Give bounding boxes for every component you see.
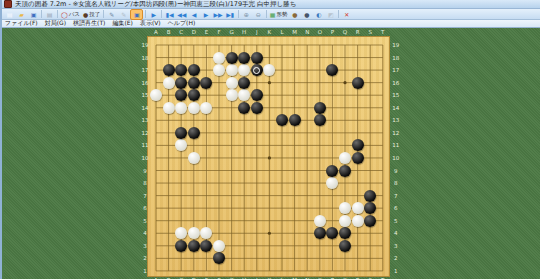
toolbar-separator [57,10,58,18]
play-button-icon: ▶ [151,10,156,19]
analysis-button-icon: ▦ [270,10,276,19]
coord-right-number: 10 [390,155,402,161]
resign-button[interactable]: ●投了 [82,10,101,19]
new-file-button[interactable]: ▤ [4,10,15,19]
coord-right-number: 4 [390,230,402,236]
pass-button-icon: ◯ [61,10,68,19]
coord-left-number: 10 [139,155,151,161]
stone-white-F3 [213,240,225,252]
play-button[interactable]: ▶ [148,10,159,19]
open-folder-button-icon: ▰ [19,10,24,19]
last-move-button[interactable]: ▶▮ [225,10,236,19]
territory-button[interactable]: ● [289,10,300,19]
first-move-button[interactable]: ▮◀ [164,10,175,19]
stone-black-H18 [238,52,250,64]
print-button-icon: ▤ [47,10,53,19]
save-button-icon: ▣ [31,10,37,19]
coord-top-letter: C [177,29,185,35]
title-bar[interactable]: 天頂の囲碁 7.2m - ※女流名人戦リーグ/本因坊四段(黒)ー神田恵三段(白)… [2,0,540,9]
coord-top-letter: H [240,29,248,35]
stone-white-Q5 [339,215,351,227]
hoshi-point [268,156,271,159]
zoom-out-button-icon: ⊖ [256,10,261,19]
coord-top-letter: J [253,29,261,35]
coord-right-number: 15 [390,92,402,98]
menu-file[interactable]: ファイル(F) [5,19,38,28]
stone-white-D14 [188,102,200,114]
stone-black-J14 [251,102,263,114]
stone-black-R10 [352,152,364,164]
last-move-button-icon: ▶▮ [226,10,234,19]
stone-white-F17 [213,64,225,76]
marker-tool-button[interactable]: ✎ [118,10,129,19]
forward-ten-button[interactable]: ▶▶ [212,10,223,19]
count-button[interactable]: ● [301,10,312,19]
stone-white-B16 [163,77,175,89]
stone-black-C12 [175,127,187,139]
stone-white-G17 [226,64,238,76]
board-edit-toggle-icon: ▣ [134,10,140,19]
coord-left-number: 17 [139,67,151,73]
coord-top-letter: K [265,29,273,35]
stone-black-J15 [251,89,263,101]
toolbar-separator [238,10,239,18]
coord-left-number: 3 [139,243,151,249]
coord-left-number: 14 [139,105,151,111]
toolbar-separator [41,10,42,18]
coord-top-letter: A [152,29,160,35]
window-title: 天頂の囲碁 7.2m - ※女流名人戦リーグ/本因坊四段(黒)ー神田恵三段(白)… [15,0,296,9]
stone-black-J17 [251,64,263,76]
erase-button[interactable]: ◩ [325,10,336,19]
coord-right-number: 3 [390,243,402,249]
menu-replay[interactable]: 棋譜再生(T) [73,19,105,28]
globe-button-icon: ◐ [316,10,321,19]
stone-black-D12 [188,127,200,139]
coord-left-number: 4 [139,230,151,236]
first-move-button-icon: ▮◀ [166,10,174,19]
back-one-button-icon: ◀ [192,10,197,19]
app-window: 天頂の囲碁 7.2m - ※女流名人戦リーグ/本因坊四段(黒)ー神田恵三段(白)… [0,0,540,279]
stone-black-D16 [188,77,200,89]
menu-edit[interactable]: 編集(E) [112,19,132,28]
coord-top-letter: S [366,29,374,35]
pass-button-label: パス [69,11,80,18]
coord-right-number: 18 [390,55,402,61]
close-button[interactable]: ✕ [341,10,352,19]
stone-white-R5 [352,215,364,227]
print-button[interactable]: ▤ [44,10,55,19]
hoshi-point [268,81,271,84]
coord-left-number: 9 [139,168,151,174]
pen-tool-button-icon: ✎ [109,10,114,19]
back-ten-button[interactable]: ◀◀ [176,10,187,19]
coord-top-letter: B [165,29,173,35]
stone-black-S7 [364,190,376,202]
stone-white-G16 [226,77,238,89]
stone-black-M13 [289,114,301,126]
coord-top-letter: Q [341,29,349,35]
stone-black-P9 [326,165,338,177]
coord-right-number: 11 [390,142,402,148]
forward-ten-button-icon: ▶▶ [213,10,222,19]
coord-left-number: 19 [139,42,151,48]
coord-top-letter: E [202,29,210,35]
app-icon [4,0,12,8]
coord-right-number: 19 [390,42,402,48]
stone-white-B14 [163,102,175,114]
resign-button-label: 投了 [89,11,100,18]
zoom-out-button[interactable]: ⊖ [253,10,264,19]
forward-one-button[interactable]: ▶ [200,10,211,19]
globe-button[interactable]: ◐ [313,10,324,19]
toolbar-separator [338,10,339,18]
coord-right-number: 2 [390,255,402,261]
coord-right-number: 12 [390,130,402,136]
new-file-button-icon: ▤ [7,10,13,19]
menu-bar: ファイル(F)対局(G)棋譜再生(T)編集(E)表示(V)ヘルプ(H) [2,20,540,28]
coord-top-letter: F [215,29,223,35]
menu-view[interactable]: 表示(V) [140,19,161,28]
stone-black-E16 [200,77,212,89]
hoshi-point [268,232,271,235]
stone-white-D4 [188,227,200,239]
erase-button-icon: ◩ [328,10,334,19]
coord-top-letter: G [228,29,236,35]
open-folder-button[interactable]: ▰ [16,10,27,19]
toolbar-separator [161,10,162,18]
coord-left-number: 8 [139,180,151,186]
stone-black-R11 [352,139,364,151]
zoom-in-button-icon: ⊕ [244,10,249,19]
coord-left-number: 1 [139,268,151,274]
coord-top-letter: R [354,29,362,35]
toolbar-separator [266,10,267,18]
zoom-in-button[interactable]: ⊕ [241,10,252,19]
menu-game[interactable]: 対局(G) [45,19,66,28]
stone-black-C3 [175,240,187,252]
coord-left-number: 5 [139,218,151,224]
count-button-icon: ● [304,10,309,19]
coord-right-number: 17 [390,67,402,73]
stone-black-R16 [352,77,364,89]
stone-black-D17 [188,64,200,76]
stone-black-O13 [314,114,326,126]
coord-top-letter: D [190,29,198,35]
coord-top-letter: P [328,29,336,35]
stone-white-F18 [213,52,225,64]
board-edit-toggle[interactable]: ▣ [130,9,143,20]
coord-top-letter: O [316,29,324,35]
coord-left-number: 11 [139,142,151,148]
coord-top-letter: L [278,29,286,35]
back-one-button[interactable]: ◀ [188,10,199,19]
coord-left-number: 2 [139,255,151,261]
marker-tool-button-icon: ✎ [121,10,126,19]
last-move-marker [253,67,260,74]
pen-tool-button[interactable]: ✎ [106,10,117,19]
coord-right-number: 7 [390,193,402,199]
stone-black-C16 [175,77,187,89]
stone-black-D15 [188,89,200,101]
coord-left-number: 7 [139,193,151,199]
stone-white-O5 [314,215,326,227]
menu-help[interactable]: ヘルプ(H) [168,19,196,28]
stone-black-O4 [314,227,326,239]
coord-top-letter: T [379,29,387,35]
stone-white-Q10 [339,152,351,164]
board-area: AABBCCDDEEFFGGHHJJKKLLMMNNOOPPQQRRSSTT19… [4,28,540,279]
forward-one-button-icon: ▶ [204,10,209,19]
coord-left-number: 18 [139,55,151,61]
hoshi-point [343,81,346,84]
stone-white-C14 [175,102,187,114]
toolbar-separator [103,10,104,18]
stone-black-D3 [188,240,200,252]
coord-right-number: 14 [390,105,402,111]
analysis-button-label: 形勢 [276,11,287,18]
stone-white-G15 [226,89,238,101]
coord-right-number: 5 [390,218,402,224]
save-button[interactable]: ▣ [28,10,39,19]
coord-right-number: 6 [390,205,402,211]
stone-black-J18 [251,52,263,64]
stone-black-Q3 [339,240,351,252]
resign-button-icon: ● [83,10,88,19]
coord-left-number: 13 [139,117,151,123]
coord-top-letter: M [291,29,299,35]
coord-right-number: 9 [390,168,402,174]
coord-right-number: 1 [390,268,402,274]
coord-right-number: 8 [390,180,402,186]
coord-left-number: 6 [139,205,151,211]
close-button-icon: ✕ [344,10,349,19]
stone-white-D10 [188,152,200,164]
toolbar-separator [145,10,146,18]
pass-button[interactable]: ◯パス [60,10,81,19]
stone-black-G18 [226,52,238,64]
stone-black-B17 [163,64,175,76]
coord-right-number: 16 [390,80,402,86]
analysis-button[interactable]: ▦形勢 [269,10,289,19]
stone-black-H16 [238,77,250,89]
coord-right-number: 13 [390,117,402,123]
territory-button-icon: ● [292,10,297,19]
stone-black-O14 [314,102,326,114]
stone-black-S5 [364,215,376,227]
coord-left-number: 16 [139,80,151,86]
coord-top-letter: N [303,29,311,35]
coord-left-number: 12 [139,130,151,136]
stone-black-Q9 [339,165,351,177]
stone-black-H14 [238,102,250,114]
stone-white-R6 [352,202,364,214]
back-ten-button-icon: ◀◀ [177,10,186,19]
